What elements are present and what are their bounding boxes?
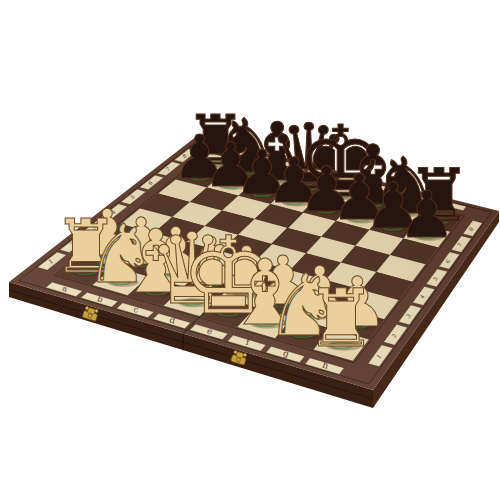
piece-black-pawn-h7: ♟: [398, 177, 456, 252]
chess-set-product-photo: aa11bb22cc33dd44ee55ff66gg77hh88♜♞♟♝♟♛♟♚…: [0, 0, 500, 500]
pawn-glyph: ♟: [398, 177, 456, 252]
chess-board-scene: aa11bb22cc33dd44ee55ff66gg77hh88♜♞♟♝♟♛♟♚…: [0, 0, 500, 500]
piece-white-rook-h1: ♜: [306, 272, 378, 365]
rook-glyph: ♜: [306, 272, 378, 365]
